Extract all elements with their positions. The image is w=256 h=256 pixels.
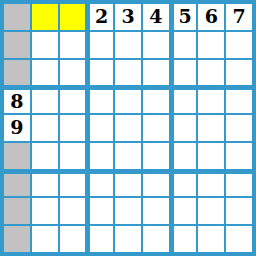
cell-r4c2[interactable] bbox=[32, 87, 58, 113]
cell-r5c8[interactable] bbox=[198, 115, 224, 141]
cell-r2c1[interactable] bbox=[4, 32, 30, 58]
cell-r7c9[interactable] bbox=[226, 171, 252, 197]
cell-r6c4[interactable] bbox=[87, 143, 113, 169]
cell-r2c3[interactable] bbox=[60, 32, 86, 58]
cell-r5c2[interactable] bbox=[32, 115, 58, 141]
cell-r7c1[interactable] bbox=[4, 171, 30, 197]
cell-r1c1[interactable] bbox=[4, 4, 30, 30]
cell-r7c3[interactable] bbox=[60, 171, 86, 197]
cell-r9c1[interactable] bbox=[4, 226, 30, 252]
cell-r3c8[interactable] bbox=[198, 60, 224, 86]
cell-r5c6[interactable] bbox=[143, 115, 169, 141]
cell-r7c5[interactable] bbox=[115, 171, 141, 197]
cell-r1c2[interactable] bbox=[32, 4, 58, 30]
cell-r2c6[interactable] bbox=[143, 32, 169, 58]
cell-r1c5[interactable]: 3 bbox=[115, 4, 141, 30]
cell-r3c9[interactable] bbox=[226, 60, 252, 86]
cell-r4c1[interactable]: 8 bbox=[4, 87, 30, 113]
cell-r4c5[interactable] bbox=[115, 87, 141, 113]
cell-r7c4[interactable] bbox=[87, 171, 113, 197]
cell-r9c2[interactable] bbox=[32, 226, 58, 252]
cell-r9c3[interactable] bbox=[60, 226, 86, 252]
cell-r3c7[interactable] bbox=[171, 60, 197, 86]
cell-r6c8[interactable] bbox=[198, 143, 224, 169]
cell-r8c6[interactable] bbox=[143, 198, 169, 224]
cell-r8c7[interactable] bbox=[171, 198, 197, 224]
cell-r8c1[interactable] bbox=[4, 198, 30, 224]
cell-r5c3[interactable] bbox=[60, 115, 86, 141]
cell-r5c9[interactable] bbox=[226, 115, 252, 141]
cell-r5c1[interactable]: 9 bbox=[4, 115, 30, 141]
cell-r2c9[interactable] bbox=[226, 32, 252, 58]
cell-r5c4[interactable] bbox=[87, 115, 113, 141]
cell-r1c4[interactable]: 2 bbox=[87, 4, 113, 30]
cell-r2c7[interactable] bbox=[171, 32, 197, 58]
cell-r9c6[interactable] bbox=[143, 226, 169, 252]
cell-r4c3[interactable] bbox=[60, 87, 86, 113]
cell-r5c7[interactable] bbox=[171, 115, 197, 141]
cell-r8c8[interactable] bbox=[198, 198, 224, 224]
cell-r8c3[interactable] bbox=[60, 198, 86, 224]
cell-r2c8[interactable] bbox=[198, 32, 224, 58]
cell-r1c6[interactable]: 4 bbox=[143, 4, 169, 30]
cell-r4c8[interactable] bbox=[198, 87, 224, 113]
cell-r8c9[interactable] bbox=[226, 198, 252, 224]
cell-r2c2[interactable] bbox=[32, 32, 58, 58]
cell-r4c4[interactable] bbox=[87, 87, 113, 113]
cell-r1c9[interactable]: 7 bbox=[226, 4, 252, 30]
cell-r3c1[interactable] bbox=[4, 60, 30, 86]
cell-r6c7[interactable] bbox=[171, 143, 197, 169]
cell-r8c2[interactable] bbox=[32, 198, 58, 224]
cell-r6c1[interactable] bbox=[4, 143, 30, 169]
cell-r3c2[interactable] bbox=[32, 60, 58, 86]
cell-r3c5[interactable] bbox=[115, 60, 141, 86]
cell-r6c9[interactable] bbox=[226, 143, 252, 169]
cell-r9c9[interactable] bbox=[226, 226, 252, 252]
cell-r4c6[interactable] bbox=[143, 87, 169, 113]
cell-r7c6[interactable] bbox=[143, 171, 169, 197]
cell-r6c2[interactable] bbox=[32, 143, 58, 169]
cell-r8c4[interactable] bbox=[87, 198, 113, 224]
cell-r7c8[interactable] bbox=[198, 171, 224, 197]
cell-r2c4[interactable] bbox=[87, 32, 113, 58]
cell-r3c6[interactable] bbox=[143, 60, 169, 86]
cell-r7c2[interactable] bbox=[32, 171, 58, 197]
cell-r2c5[interactable] bbox=[115, 32, 141, 58]
cell-r3c4[interactable] bbox=[87, 60, 113, 86]
sudoku-board: 23456789 bbox=[0, 0, 256, 256]
cell-r6c6[interactable] bbox=[143, 143, 169, 169]
cell-r9c7[interactable] bbox=[171, 226, 197, 252]
cell-r9c8[interactable] bbox=[198, 226, 224, 252]
cell-r7c7[interactable] bbox=[171, 171, 197, 197]
cell-r3c3[interactable] bbox=[60, 60, 86, 86]
cell-r4c9[interactable] bbox=[226, 87, 252, 113]
cell-r8c5[interactable] bbox=[115, 198, 141, 224]
cell-r5c5[interactable] bbox=[115, 115, 141, 141]
cell-r1c7[interactable]: 5 bbox=[171, 4, 197, 30]
cell-r4c7[interactable] bbox=[171, 87, 197, 113]
cell-r9c4[interactable] bbox=[87, 226, 113, 252]
cell-r1c8[interactable]: 6 bbox=[198, 4, 224, 30]
cell-r1c3[interactable] bbox=[60, 4, 86, 30]
cell-r9c5[interactable] bbox=[115, 226, 141, 252]
cell-r6c5[interactable] bbox=[115, 143, 141, 169]
cell-r6c3[interactable] bbox=[60, 143, 86, 169]
